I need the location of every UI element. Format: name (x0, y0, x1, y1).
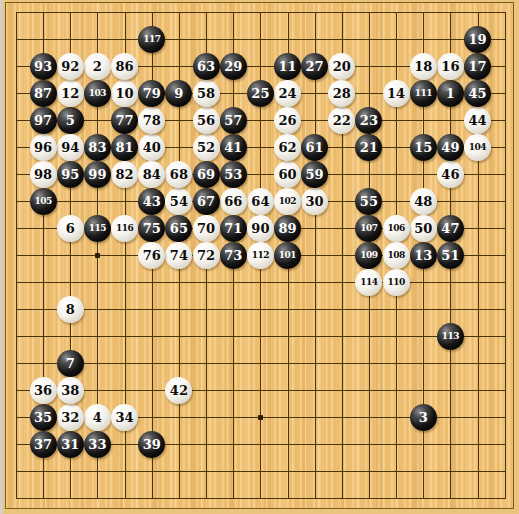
stone-white-98[interactable]: 98 (30, 161, 57, 188)
stone-number: 56 (197, 114, 215, 127)
stone-number: 96 (34, 141, 52, 154)
stone-white-60[interactable]: 60 (274, 161, 301, 188)
stone-white-112[interactable]: 112 (247, 242, 274, 269)
stone-number: 74 (170, 249, 188, 262)
stone-number: 107 (360, 224, 377, 233)
stone-black-111[interactable]: 111 (410, 80, 437, 107)
stone-number: 49 (441, 141, 459, 154)
stone-white-78[interactable]: 78 (138, 107, 165, 134)
stone-number: 104 (469, 143, 486, 152)
stone-number: 48 (414, 195, 432, 208)
stone-number: 83 (88, 141, 106, 154)
stone-number: 21 (360, 141, 378, 154)
stone-black-55[interactable]: 55 (355, 188, 382, 215)
stone-number: 99 (88, 168, 106, 181)
stone-number: 61 (306, 141, 324, 154)
stone-number: 77 (116, 114, 134, 127)
stone-white-44[interactable]: 44 (464, 107, 491, 134)
stone-number: 7 (66, 357, 75, 370)
stone-black-29[interactable]: 29 (220, 53, 247, 80)
grid-line-horizontal (16, 498, 506, 499)
stone-number: 13 (414, 249, 432, 262)
stone-white-74[interactable]: 74 (165, 242, 192, 269)
stone-number: 94 (61, 141, 79, 154)
stone-black-59[interactable]: 59 (301, 161, 328, 188)
stone-white-36[interactable]: 36 (30, 377, 57, 404)
stone-black-113[interactable]: 113 (437, 323, 464, 350)
stone-number: 59 (306, 168, 324, 181)
stone-white-18[interactable]: 18 (410, 53, 437, 80)
stone-white-48[interactable]: 48 (410, 188, 437, 215)
star-point (95, 253, 100, 258)
stone-white-82[interactable]: 82 (111, 161, 138, 188)
stone-number: 44 (468, 114, 486, 127)
stone-number: 63 (197, 60, 215, 73)
stone-number: 68 (170, 168, 188, 181)
stone-number: 22 (333, 114, 351, 127)
stone-white-24[interactable]: 24 (274, 80, 301, 107)
stone-number: 64 (251, 195, 269, 208)
stone-black-53[interactable]: 53 (220, 161, 247, 188)
stone-black-83[interactable]: 83 (84, 134, 111, 161)
stone-black-97[interactable]: 97 (30, 107, 57, 134)
go-board-window: 1234567891011121314151617181920212223242… (0, 0, 519, 514)
stone-number: 75 (143, 222, 161, 235)
stone-white-64[interactable]: 64 (247, 188, 274, 215)
grid-line-horizontal (16, 390, 506, 391)
stone-white-16[interactable]: 16 (437, 53, 464, 80)
stone-black-43[interactable]: 43 (138, 188, 165, 215)
stone-number: 35 (34, 411, 52, 424)
stone-number: 11 (278, 60, 296, 73)
star-point (258, 415, 263, 420)
stone-white-20[interactable]: 20 (328, 53, 355, 80)
stone-black-73[interactable]: 73 (220, 242, 247, 269)
stone-black-63[interactable]: 63 (193, 53, 220, 80)
stone-black-1[interactable]: 1 (437, 80, 464, 107)
stone-black-109[interactable]: 109 (355, 242, 382, 269)
stone-number: 20 (333, 60, 351, 73)
stone-black-3[interactable]: 3 (410, 404, 437, 431)
stone-black-67[interactable]: 67 (193, 188, 220, 215)
stone-number: 5 (66, 114, 75, 127)
stone-number: 97 (34, 114, 52, 127)
stone-number: 19 (468, 33, 486, 46)
stone-number: 28 (333, 87, 351, 100)
stone-number: 29 (224, 60, 242, 73)
stone-black-41[interactable]: 41 (220, 134, 247, 161)
stone-white-84[interactable]: 84 (138, 161, 165, 188)
stone-white-52[interactable]: 52 (193, 134, 220, 161)
stone-number: 92 (61, 60, 79, 73)
stone-number: 50 (414, 222, 432, 235)
stone-black-15[interactable]: 15 (410, 134, 437, 161)
stone-white-12[interactable]: 12 (57, 80, 84, 107)
stone-number: 62 (278, 141, 296, 154)
stone-number: 37 (34, 438, 52, 451)
stone-number: 2 (93, 60, 102, 73)
stone-white-90[interactable]: 90 (247, 215, 274, 242)
stone-number: 45 (468, 87, 486, 100)
stone-number: 69 (197, 168, 215, 181)
stone-black-93[interactable]: 93 (30, 53, 57, 80)
stone-number: 53 (224, 168, 242, 181)
stone-white-72[interactable]: 72 (193, 242, 220, 269)
stone-number: 112 (252, 251, 269, 260)
stone-number: 24 (278, 87, 296, 100)
stone-white-32[interactable]: 32 (57, 404, 84, 431)
stone-white-14[interactable]: 14 (383, 80, 410, 107)
stone-white-110[interactable]: 110 (383, 269, 410, 296)
stone-number: 47 (441, 222, 459, 235)
stone-number: 12 (61, 87, 79, 100)
stone-number: 117 (143, 35, 160, 44)
stone-number: 36 (34, 384, 52, 397)
stone-white-92[interactable]: 92 (57, 53, 84, 80)
stone-black-107[interactable]: 107 (355, 215, 382, 242)
stone-number: 51 (441, 249, 459, 262)
stone-number: 110 (387, 278, 404, 287)
stone-black-9[interactable]: 9 (165, 80, 192, 107)
stone-number: 82 (116, 168, 134, 181)
stone-black-49[interactable]: 49 (437, 134, 464, 161)
stone-black-37[interactable]: 37 (30, 431, 57, 458)
stone-white-40[interactable]: 40 (138, 134, 165, 161)
stone-number: 10 (116, 87, 134, 100)
stone-number: 115 (89, 224, 106, 233)
stone-white-56[interactable]: 56 (193, 107, 220, 134)
stone-number: 9 (174, 87, 183, 100)
stone-black-25[interactable]: 25 (247, 80, 274, 107)
stone-white-50[interactable]: 50 (410, 215, 437, 242)
stone-number: 43 (143, 195, 161, 208)
stone-black-51[interactable]: 51 (437, 242, 464, 269)
stone-black-77[interactable]: 77 (111, 107, 138, 134)
stone-black-61[interactable]: 61 (301, 134, 328, 161)
stone-white-46[interactable]: 46 (437, 161, 464, 188)
stone-white-106[interactable]: 106 (383, 215, 410, 242)
grid-line-horizontal (16, 336, 506, 337)
stone-number: 108 (387, 251, 404, 260)
stone-number: 111 (415, 89, 432, 98)
stone-number: 81 (116, 141, 134, 154)
stone-number: 71 (224, 222, 242, 235)
stone-number: 15 (414, 141, 432, 154)
grid-line-vertical (315, 12, 316, 499)
stone-black-89[interactable]: 89 (274, 215, 301, 242)
stone-number: 16 (441, 60, 459, 73)
stone-white-68[interactable]: 68 (165, 161, 192, 188)
stone-number: 105 (34, 197, 51, 206)
stone-white-42[interactable]: 42 (165, 377, 192, 404)
stone-number: 66 (224, 195, 242, 208)
stone-number: 33 (88, 438, 106, 451)
stone-number: 93 (34, 60, 52, 73)
stone-number: 89 (278, 222, 296, 235)
grid-line-horizontal (16, 282, 506, 283)
stone-white-30[interactable]: 30 (301, 188, 328, 215)
stone-black-95[interactable]: 95 (57, 161, 84, 188)
stone-number: 46 (441, 168, 459, 181)
stone-number: 90 (251, 222, 269, 235)
stone-black-105[interactable]: 105 (30, 188, 57, 215)
stone-black-69[interactable]: 69 (193, 161, 220, 188)
stone-white-70[interactable]: 70 (193, 215, 220, 242)
stone-number: 98 (34, 168, 52, 181)
stone-number: 86 (116, 60, 134, 73)
stone-number: 1 (446, 87, 455, 100)
stone-number: 109 (360, 251, 377, 260)
stone-number: 55 (360, 195, 378, 208)
stone-white-54[interactable]: 54 (165, 188, 192, 215)
stone-white-62[interactable]: 62 (274, 134, 301, 161)
stone-white-38[interactable]: 38 (57, 377, 84, 404)
stone-white-4[interactable]: 4 (84, 404, 111, 431)
stone-number: 4 (93, 411, 102, 424)
stone-white-8[interactable]: 8 (57, 296, 84, 323)
stone-number: 76 (143, 249, 161, 262)
stone-black-103[interactable]: 103 (84, 80, 111, 107)
stone-number: 34 (116, 411, 134, 424)
grid-line-horizontal (16, 363, 506, 364)
stone-black-47[interactable]: 47 (437, 215, 464, 242)
stone-number: 72 (197, 249, 215, 262)
stone-number: 25 (251, 87, 269, 100)
stone-black-99[interactable]: 99 (84, 161, 111, 188)
stone-black-57[interactable]: 57 (220, 107, 247, 134)
stone-number: 79 (143, 87, 161, 100)
stone-white-102[interactable]: 102 (274, 188, 301, 215)
stone-number: 26 (278, 114, 296, 127)
stone-white-96[interactable]: 96 (30, 134, 57, 161)
stone-black-11[interactable]: 11 (274, 53, 301, 80)
stone-black-45[interactable]: 45 (464, 80, 491, 107)
stone-number: 114 (360, 278, 377, 287)
stone-black-101[interactable]: 101 (274, 242, 301, 269)
stone-number: 52 (197, 141, 215, 154)
stone-number: 101 (279, 251, 296, 260)
stone-white-26[interactable]: 26 (274, 107, 301, 134)
stone-black-87[interactable]: 87 (30, 80, 57, 107)
stone-white-66[interactable]: 66 (220, 188, 247, 215)
stone-black-79[interactable]: 79 (138, 80, 165, 107)
stone-number: 23 (360, 114, 378, 127)
stone-number: 42 (170, 384, 188, 397)
stone-number: 6 (66, 222, 75, 235)
stone-number: 102 (279, 197, 296, 206)
stone-white-22[interactable]: 22 (328, 107, 355, 134)
stone-number: 95 (61, 168, 79, 181)
stone-number: 3 (419, 411, 428, 424)
stone-black-13[interactable]: 13 (410, 242, 437, 269)
stone-number: 30 (306, 195, 324, 208)
stone-number: 14 (387, 87, 405, 100)
stone-white-76[interactable]: 76 (138, 242, 165, 269)
stone-number: 18 (414, 60, 432, 73)
stone-black-27[interactable]: 27 (301, 53, 328, 80)
stone-black-5[interactable]: 5 (57, 107, 84, 134)
grid-line-vertical (505, 12, 506, 499)
stone-black-117[interactable]: 117 (138, 26, 165, 53)
stone-black-21[interactable]: 21 (355, 134, 382, 161)
stone-black-75[interactable]: 75 (138, 215, 165, 242)
stone-number: 40 (143, 141, 161, 154)
stone-black-71[interactable]: 71 (220, 215, 247, 242)
stone-number: 31 (61, 438, 79, 451)
stone-number: 113 (442, 332, 459, 341)
stone-black-39[interactable]: 39 (138, 431, 165, 458)
stone-black-31[interactable]: 31 (57, 431, 84, 458)
stone-white-28[interactable]: 28 (328, 80, 355, 107)
stone-black-65[interactable]: 65 (165, 215, 192, 242)
stone-white-2[interactable]: 2 (84, 53, 111, 80)
stone-number: 67 (197, 195, 215, 208)
stone-number: 17 (468, 60, 486, 73)
stone-white-58[interactable]: 58 (193, 80, 220, 107)
stone-white-94[interactable]: 94 (57, 134, 84, 161)
stone-white-108[interactable]: 108 (383, 242, 410, 269)
grid-line-horizontal (16, 309, 506, 310)
stone-number: 39 (143, 438, 161, 451)
stone-black-7[interactable]: 7 (57, 350, 84, 377)
stone-number: 58 (197, 87, 215, 100)
stone-number: 84 (143, 168, 161, 181)
stone-white-34[interactable]: 34 (111, 404, 138, 431)
stone-black-19[interactable]: 19 (464, 26, 491, 53)
stone-white-104[interactable]: 104 (464, 134, 491, 161)
stone-black-81[interactable]: 81 (111, 134, 138, 161)
stone-number: 27 (306, 60, 324, 73)
stone-white-10[interactable]: 10 (111, 80, 138, 107)
stone-black-17[interactable]: 17 (464, 53, 491, 80)
stone-black-115[interactable]: 115 (84, 215, 111, 242)
stone-number: 54 (170, 195, 188, 208)
stone-number: 60 (278, 168, 296, 181)
stone-black-35[interactable]: 35 (30, 404, 57, 431)
stone-number: 87 (34, 87, 52, 100)
stone-number: 41 (224, 141, 242, 154)
stone-number: 103 (89, 89, 106, 98)
stone-black-23[interactable]: 23 (355, 107, 382, 134)
stone-number: 65 (170, 222, 188, 235)
stone-number: 57 (224, 114, 242, 127)
stone-white-114[interactable]: 114 (355, 269, 382, 296)
stone-black-33[interactable]: 33 (84, 431, 111, 458)
stone-white-86[interactable]: 86 (111, 53, 138, 80)
window-left-edge (0, 0, 3, 514)
stone-number: 106 (387, 224, 404, 233)
stone-number: 38 (61, 384, 79, 397)
stone-number: 8 (66, 303, 75, 316)
stone-number: 73 (224, 249, 242, 262)
stone-number: 70 (197, 222, 215, 235)
stone-number: 32 (61, 411, 79, 424)
stone-number: 78 (143, 114, 161, 127)
stone-number: 116 (116, 224, 133, 233)
stone-white-116[interactable]: 116 (111, 215, 138, 242)
grid-line-horizontal (16, 471, 506, 472)
stone-white-6[interactable]: 6 (57, 215, 84, 242)
